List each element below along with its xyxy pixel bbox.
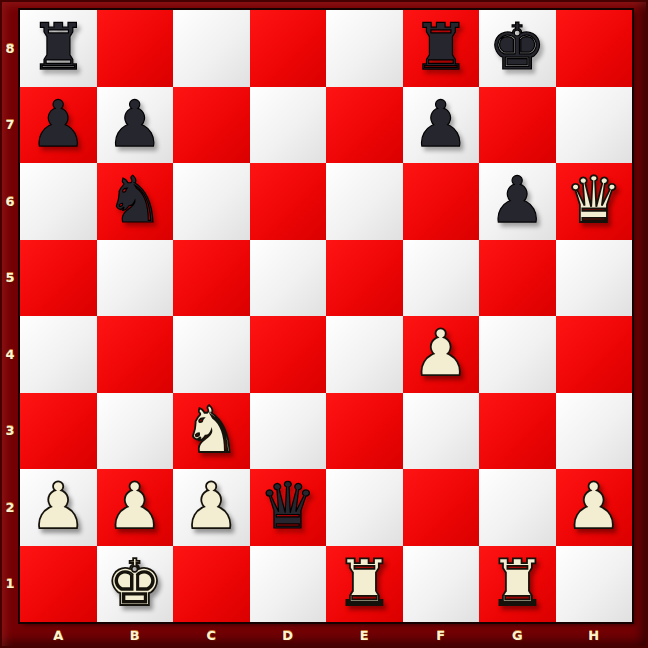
square-g2[interactable] bbox=[479, 469, 556, 546]
square-a6[interactable] bbox=[20, 163, 97, 240]
file-label-g: G bbox=[479, 622, 556, 648]
square-h3[interactable] bbox=[556, 393, 633, 470]
square-d8[interactable] bbox=[250, 10, 327, 87]
square-a7[interactable]: ♟ bbox=[20, 87, 97, 164]
square-e5[interactable] bbox=[326, 240, 403, 317]
square-d3[interactable] bbox=[250, 393, 327, 470]
square-e2[interactable] bbox=[326, 469, 403, 546]
white-pawn-a2[interactable]: ♟ bbox=[30, 474, 87, 538]
square-a3[interactable] bbox=[20, 393, 97, 470]
square-b3[interactable] bbox=[97, 393, 174, 470]
black-king-g8[interactable]: ♚ bbox=[489, 15, 546, 79]
square-g4[interactable] bbox=[479, 316, 556, 393]
black-rook-f8[interactable]: ♜ bbox=[412, 15, 469, 79]
square-h7[interactable] bbox=[556, 87, 633, 164]
file-label-h: H bbox=[556, 622, 633, 648]
square-d2[interactable]: ♛ bbox=[250, 469, 327, 546]
square-b2[interactable]: ♟ bbox=[97, 469, 174, 546]
rank-label-5: 5 bbox=[0, 240, 20, 317]
white-pawn-b2[interactable]: ♟ bbox=[106, 474, 163, 538]
square-e1[interactable]: ♜ bbox=[326, 546, 403, 623]
file-label-d: D bbox=[250, 622, 327, 648]
file-label-c: C bbox=[173, 622, 250, 648]
square-b4[interactable] bbox=[97, 316, 174, 393]
square-b5[interactable] bbox=[97, 240, 174, 317]
black-knight-b6[interactable]: ♞ bbox=[106, 168, 163, 232]
square-a4[interactable] bbox=[20, 316, 97, 393]
square-f2[interactable] bbox=[403, 469, 480, 546]
square-f5[interactable] bbox=[403, 240, 480, 317]
square-h4[interactable] bbox=[556, 316, 633, 393]
square-g5[interactable] bbox=[479, 240, 556, 317]
square-h2[interactable]: ♟ bbox=[556, 469, 633, 546]
square-g1[interactable]: ♜ bbox=[479, 546, 556, 623]
black-rook-a8[interactable]: ♜ bbox=[30, 15, 87, 79]
square-a2[interactable]: ♟ bbox=[20, 469, 97, 546]
white-rook-e1[interactable]: ♜ bbox=[336, 551, 393, 615]
rank-label-4: 4 bbox=[0, 316, 20, 393]
black-queen-d2[interactable]: ♛ bbox=[259, 474, 316, 538]
file-label-e: E bbox=[326, 622, 403, 648]
square-b7[interactable]: ♟ bbox=[97, 87, 174, 164]
square-f4[interactable]: ♟ bbox=[403, 316, 480, 393]
square-a5[interactable] bbox=[20, 240, 97, 317]
square-c6[interactable] bbox=[173, 163, 250, 240]
white-pawn-h2[interactable]: ♟ bbox=[565, 474, 622, 538]
white-king-b1[interactable]: ♚ bbox=[106, 551, 163, 615]
square-c1[interactable] bbox=[173, 546, 250, 623]
white-pawn-c2[interactable]: ♟ bbox=[183, 474, 240, 538]
square-e8[interactable] bbox=[326, 10, 403, 87]
square-g8[interactable]: ♚ bbox=[479, 10, 556, 87]
square-d7[interactable] bbox=[250, 87, 327, 164]
square-g3[interactable] bbox=[479, 393, 556, 470]
square-h6[interactable]: ♛ bbox=[556, 163, 633, 240]
square-c4[interactable] bbox=[173, 316, 250, 393]
file-label-a: A bbox=[20, 622, 97, 648]
square-e4[interactable] bbox=[326, 316, 403, 393]
white-pawn-f4[interactable]: ♟ bbox=[412, 321, 469, 385]
square-f1[interactable] bbox=[403, 546, 480, 623]
file-label-b: B bbox=[97, 622, 174, 648]
square-d6[interactable] bbox=[250, 163, 327, 240]
black-pawn-a7[interactable]: ♟ bbox=[30, 92, 87, 156]
square-h5[interactable] bbox=[556, 240, 633, 317]
square-f6[interactable] bbox=[403, 163, 480, 240]
board-frame: 87654321 ♜♜♚♟♟♟♞♟♛♟♞♟♟♟♛♟♚♜♜ ABCDEFGH bbox=[0, 0, 648, 648]
board: ♜♜♚♟♟♟♞♟♛♟♞♟♟♟♛♟♚♜♜ bbox=[20, 10, 632, 622]
rank-label-1: 1 bbox=[0, 546, 20, 623]
square-d5[interactable] bbox=[250, 240, 327, 317]
rank-labels: 87654321 bbox=[0, 10, 20, 622]
square-b8[interactable] bbox=[97, 10, 174, 87]
square-h1[interactable] bbox=[556, 546, 633, 623]
rank-label-7: 7 bbox=[0, 87, 20, 164]
file-label-f: F bbox=[403, 622, 480, 648]
square-d4[interactable] bbox=[250, 316, 327, 393]
rank-label-2: 2 bbox=[0, 469, 20, 546]
black-pawn-f7[interactable]: ♟ bbox=[412, 92, 469, 156]
square-g6[interactable]: ♟ bbox=[479, 163, 556, 240]
white-queen-h6[interactable]: ♛ bbox=[565, 168, 622, 232]
square-a8[interactable]: ♜ bbox=[20, 10, 97, 87]
square-f8[interactable]: ♜ bbox=[403, 10, 480, 87]
square-a1[interactable] bbox=[20, 546, 97, 623]
square-c7[interactable] bbox=[173, 87, 250, 164]
square-e7[interactable] bbox=[326, 87, 403, 164]
square-c2[interactable]: ♟ bbox=[173, 469, 250, 546]
black-pawn-b7[interactable]: ♟ bbox=[106, 92, 163, 156]
white-rook-g1[interactable]: ♜ bbox=[489, 551, 546, 615]
square-e6[interactable] bbox=[326, 163, 403, 240]
rank-label-6: 6 bbox=[0, 163, 20, 240]
square-f7[interactable]: ♟ bbox=[403, 87, 480, 164]
file-labels: ABCDEFGH bbox=[20, 622, 632, 648]
black-pawn-g6[interactable]: ♟ bbox=[489, 168, 546, 232]
white-knight-c3[interactable]: ♞ bbox=[183, 398, 240, 462]
square-h8[interactable] bbox=[556, 10, 633, 87]
square-d1[interactable] bbox=[250, 546, 327, 623]
rank-label-8: 8 bbox=[0, 10, 20, 87]
square-c8[interactable] bbox=[173, 10, 250, 87]
square-c5[interactable] bbox=[173, 240, 250, 317]
square-c3[interactable]: ♞ bbox=[173, 393, 250, 470]
square-g7[interactable] bbox=[479, 87, 556, 164]
square-b6[interactable]: ♞ bbox=[97, 163, 174, 240]
rank-label-3: 3 bbox=[0, 393, 20, 470]
square-f3[interactable] bbox=[403, 393, 480, 470]
square-b1[interactable]: ♚ bbox=[97, 546, 174, 623]
square-e3[interactable] bbox=[326, 393, 403, 470]
